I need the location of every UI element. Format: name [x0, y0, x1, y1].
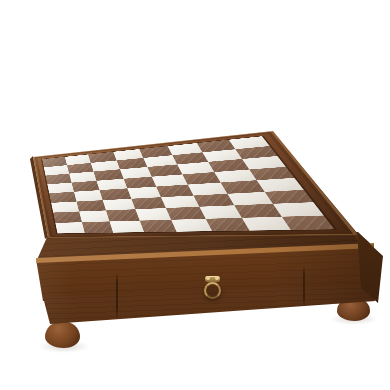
square-d2: [135, 208, 171, 220]
bun-foot-left: [45, 321, 80, 348]
drawer-seam-left: [116, 273, 118, 318]
drawer-ring-pull-icon: [204, 282, 221, 299]
chess-box-product-photo: [0, 0, 390, 390]
square-b1: [82, 221, 114, 233]
square-c1: [109, 220, 143, 232]
square-c2: [106, 209, 139, 221]
square-b2: [79, 210, 110, 222]
square-a1: [55, 222, 84, 233]
drawer-seam-right: [303, 266, 305, 306]
chess-board: [33, 131, 358, 238]
square-a2: [53, 212, 81, 223]
